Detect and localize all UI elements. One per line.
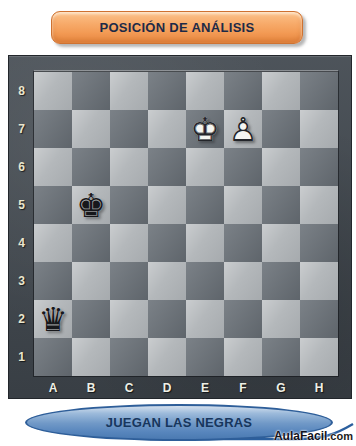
square-c2[interactable] (110, 300, 148, 338)
black-queen: ♛ (34, 300, 72, 338)
square-e6[interactable] (186, 148, 224, 186)
square-g6[interactable] (262, 148, 300, 186)
aulafacil-logo: AulaFacil.com (274, 429, 353, 443)
file-label-h: H (300, 378, 338, 400)
square-f2[interactable] (224, 300, 262, 338)
square-a5[interactable] (34, 186, 72, 224)
rank-label-7: 7 (9, 110, 34, 148)
square-h1[interactable] (300, 338, 338, 376)
file-coordinates: ABCDEFGH (34, 378, 338, 400)
square-c7[interactable] (110, 110, 148, 148)
square-g7[interactable] (262, 110, 300, 148)
square-b5[interactable]: ♚ (72, 186, 110, 224)
square-d4[interactable] (148, 224, 186, 262)
square-h2[interactable] (300, 300, 338, 338)
square-e4[interactable] (186, 224, 224, 262)
square-d2[interactable] (148, 300, 186, 338)
square-d5[interactable] (148, 186, 186, 224)
file-label-e: E (186, 378, 224, 400)
square-f3[interactable] (224, 262, 262, 300)
square-f8[interactable] (224, 72, 262, 110)
file-label-f: F (224, 378, 262, 400)
aulafacil-logo-tld: .com (327, 430, 353, 442)
square-d1[interactable] (148, 338, 186, 376)
board-squares: ♚♔♟♙♚♛ (34, 72, 338, 376)
square-g5[interactable] (262, 186, 300, 224)
square-e2[interactable] (186, 300, 224, 338)
rank-label-2: 2 (9, 300, 34, 338)
square-b6[interactable] (72, 148, 110, 186)
square-f1[interactable] (224, 338, 262, 376)
file-label-a: A (34, 378, 72, 400)
rank-label-4: 4 (9, 224, 34, 262)
square-b7[interactable] (72, 110, 110, 148)
square-c4[interactable] (110, 224, 148, 262)
black-king: ♚ (72, 186, 110, 224)
square-d3[interactable] (148, 262, 186, 300)
square-a2[interactable]: ♛ (34, 300, 72, 338)
chess-board: ♚♔♟♙♚♛ 87654321 ABCDEFGH (8, 55, 352, 399)
square-b4[interactable] (72, 224, 110, 262)
square-a8[interactable] (34, 72, 72, 110)
square-b2[interactable] (72, 300, 110, 338)
square-g3[interactable] (262, 262, 300, 300)
square-e8[interactable] (186, 72, 224, 110)
square-e3[interactable] (186, 262, 224, 300)
file-label-c: C (110, 378, 148, 400)
square-d7[interactable] (148, 110, 186, 148)
white-pawn: ♟♙ (224, 110, 262, 148)
rank-label-3: 3 (9, 262, 34, 300)
square-d8[interactable] (148, 72, 186, 110)
square-g2[interactable] (262, 300, 300, 338)
square-h7[interactable] (300, 110, 338, 148)
square-c6[interactable] (110, 148, 148, 186)
square-a7[interactable] (34, 110, 72, 148)
square-g4[interactable] (262, 224, 300, 262)
square-c8[interactable] (110, 72, 148, 110)
file-label-g: G (262, 378, 300, 400)
square-a3[interactable] (34, 262, 72, 300)
square-c1[interactable] (110, 338, 148, 376)
aulafacil-logo-name: AulaFacil (274, 429, 327, 443)
square-c5[interactable] (110, 186, 148, 224)
square-d6[interactable] (148, 148, 186, 186)
square-f5[interactable] (224, 186, 262, 224)
square-b3[interactable] (72, 262, 110, 300)
square-f6[interactable] (224, 148, 262, 186)
rank-label-6: 6 (9, 148, 34, 186)
square-h4[interactable] (300, 224, 338, 262)
turn-banner-label: JUEGAN LAS NEGRAS (106, 415, 252, 430)
white-king: ♚♔ (186, 110, 224, 148)
square-a4[interactable] (34, 224, 72, 262)
rank-label-5: 5 (9, 186, 34, 224)
square-h3[interactable] (300, 262, 338, 300)
square-e5[interactable] (186, 186, 224, 224)
square-c3[interactable] (110, 262, 148, 300)
square-e7[interactable]: ♚♔ (186, 110, 224, 148)
square-b8[interactable] (72, 72, 110, 110)
square-e1[interactable] (186, 338, 224, 376)
title-banner-label: POSICIÓN DE ANÁLISIS (99, 20, 254, 35)
square-h8[interactable] (300, 72, 338, 110)
square-b1[interactable] (72, 338, 110, 376)
square-g1[interactable] (262, 338, 300, 376)
square-g8[interactable] (262, 72, 300, 110)
square-h6[interactable] (300, 148, 338, 186)
rank-label-1: 1 (9, 338, 34, 376)
rank-label-8: 8 (9, 72, 34, 110)
square-h5[interactable] (300, 186, 338, 224)
square-a1[interactable] (34, 338, 72, 376)
square-f7[interactable]: ♟♙ (224, 110, 262, 148)
file-label-d: D (148, 378, 186, 400)
analysis-diagram: POSICIÓN DE ANÁLISIS ♚♔♟♙♚♛ 87654321 ABC… (0, 0, 356, 446)
square-f4[interactable] (224, 224, 262, 262)
file-label-b: B (72, 378, 110, 400)
square-a6[interactable] (34, 148, 72, 186)
title-banner: POSICIÓN DE ANÁLISIS (51, 11, 303, 44)
